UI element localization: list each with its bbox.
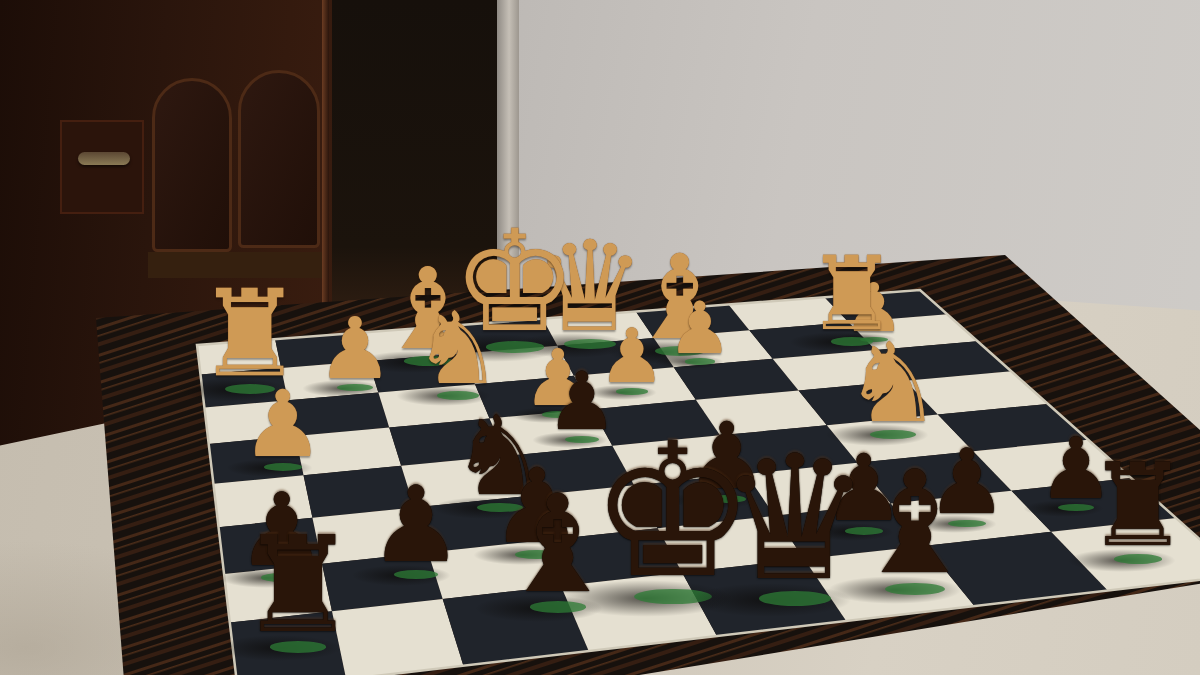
piece-black-r-h8[interactable]: ♜: [238, 519, 357, 652]
scene: ♟♜♛♚♝♝♟♟♜♟♞♟♞♟♟♟♞♟♟♟♟♜♟♟♝♚♛♝♜: [0, 0, 1200, 675]
piece-black-p-g7[interactable]: ♟: [369, 473, 463, 578]
piece-black-b-f8[interactable]: ♝: [497, 477, 618, 612]
piece-white-p-c2[interactable]: ♟: [668, 292, 733, 364]
piece-black-r-a8[interactable]: ♜: [1086, 448, 1189, 563]
piece-white-n-f3[interactable]: ♞: [413, 299, 503, 399]
piece-black-q-d8[interactable]: ♛: [718, 433, 872, 605]
piece-white-p-g2[interactable]: ♟: [317, 306, 393, 391]
piece-white-p-h4[interactable]: ♟: [242, 379, 324, 471]
